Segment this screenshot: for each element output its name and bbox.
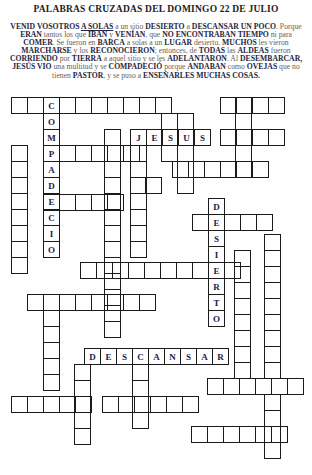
crossword-cell[interactable] (74, 412, 91, 429)
word-strip (220, 97, 284, 114)
crossword-cell[interactable]: A (148, 348, 165, 365)
crossword-cell[interactable] (264, 442, 281, 459)
crossword-cell[interactable] (11, 161, 28, 178)
crossword-cell[interactable]: U (178, 129, 195, 146)
crossword-cell[interactable] (139, 294, 156, 311)
crossword-cell[interactable] (234, 330, 251, 347)
crossword-cell[interactable] (132, 380, 149, 397)
crossword-cell[interactable] (191, 426, 208, 443)
crossword-cell[interactable] (224, 262, 241, 279)
crossword-cell[interactable] (188, 161, 205, 178)
crossword-cell[interactable] (236, 129, 253, 146)
crossword-cell[interactable] (182, 396, 199, 413)
crossword-cell[interactable] (59, 294, 76, 311)
crossword-cell[interactable] (74, 380, 91, 397)
crossword-cell[interactable]: D (43, 177, 60, 194)
crossword-cell[interactable] (107, 145, 124, 162)
crossword-cell[interactable] (234, 282, 251, 299)
crossword-cell[interactable] (91, 145, 108, 162)
crossword-cell[interactable]: S (116, 348, 133, 365)
word-strip (11, 97, 171, 114)
crossword-cell[interactable] (240, 214, 257, 231)
crossword-cell[interactable] (287, 378, 304, 395)
crossword-cell[interactable]: D (84, 348, 101, 365)
crossword-cell[interactable] (91, 194, 108, 211)
crossword-cell[interactable]: A (196, 348, 213, 365)
crossword-cell[interactable]: C (43, 97, 60, 114)
crossword-cell[interactable] (91, 294, 108, 311)
crossword-cell[interactable] (27, 396, 44, 413)
crossword-cell[interactable]: C (43, 209, 60, 226)
crossword-cell[interactable] (177, 177, 194, 194)
crossword-cell[interactable] (11, 225, 28, 242)
crossword-cell[interactable] (130, 193, 147, 210)
crossword-cell[interactable] (43, 374, 60, 391)
crossword-cell[interactable] (234, 314, 251, 331)
crossword-cell[interactable] (264, 282, 281, 299)
crossword-cell[interactable] (223, 378, 240, 395)
word-strip (191, 426, 287, 443)
crossword-cell[interactable] (220, 161, 237, 178)
crossword-cell[interactable] (252, 129, 269, 146)
crossword-cell[interactable]: T (208, 294, 225, 311)
crossword-cell[interactable] (139, 97, 156, 114)
crossword-cell[interactable] (43, 326, 60, 343)
crossword-cell[interactable] (268, 129, 285, 146)
crossword-cell[interactable] (112, 262, 129, 279)
crossword-cell[interactable] (207, 378, 224, 395)
crossword-cell[interactable] (104, 129, 121, 146)
crossword-cell[interactable] (192, 214, 209, 231)
crossword-cell[interactable] (43, 396, 60, 413)
crossword-cell[interactable]: R (208, 278, 225, 295)
crossword-cell[interactable] (107, 294, 124, 311)
word-strip (130, 145, 147, 257)
crossword-cell[interactable] (75, 194, 92, 211)
crossword-cell[interactable] (264, 298, 281, 315)
crossword-cell[interactable] (264, 234, 281, 251)
crossword-cell[interactable] (11, 241, 28, 258)
crossword-cell[interactable] (145, 177, 162, 194)
crossword-cell[interactable]: N (164, 348, 181, 365)
crossword-cell[interactable]: E (146, 129, 163, 146)
crossword-grid: JESUSDESIERTODESCANSARCOMPADECIO (0, 0, 312, 475)
crossword-cell[interactable]: A (43, 161, 60, 178)
crossword-cell[interactable] (104, 321, 121, 338)
crossword-cell[interactable] (11, 257, 28, 274)
crossword-cell[interactable] (177, 113, 194, 130)
word-strip (177, 113, 194, 193)
crossword-cell[interactable]: S (194, 129, 211, 146)
crossword-cell[interactable] (161, 113, 178, 130)
word-strip-compadecio: COMPADECIO (43, 97, 60, 257)
crossword-cell[interactable]: S (208, 230, 225, 247)
word-strip (27, 294, 155, 311)
crossword-cell[interactable] (27, 294, 44, 311)
crossword-cell[interactable] (264, 394, 281, 411)
crossword-cell[interactable] (11, 193, 28, 210)
crossword-cell[interactable] (132, 412, 149, 429)
crossword-cell[interactable] (223, 426, 240, 443)
crossword-cell[interactable] (236, 161, 253, 178)
crossword-cell[interactable] (264, 314, 281, 331)
crossword-cell[interactable]: O (208, 310, 225, 327)
crossword-cell[interactable] (271, 426, 288, 443)
crossword-cell[interactable] (252, 97, 269, 114)
crossword-cell[interactable] (224, 214, 241, 231)
word-strip (172, 161, 268, 178)
crossword-cell[interactable] (264, 250, 281, 267)
crossword-cell[interactable] (43, 310, 60, 327)
word-strip (80, 262, 240, 279)
crossword-cell[interactable]: D (208, 198, 225, 215)
crossword-cell[interactable] (75, 294, 92, 311)
word-strip (43, 310, 60, 390)
crossword-cell[interactable] (252, 161, 269, 178)
word-strip (192, 214, 272, 231)
crossword-cell[interactable] (271, 378, 288, 395)
crossword-cell[interactable] (130, 241, 147, 258)
crossword-cell[interactable] (75, 97, 92, 114)
word-strip (207, 378, 303, 395)
crossword-cell[interactable] (256, 214, 273, 231)
crossword-cell[interactable] (96, 262, 113, 279)
crossword-cell[interactable] (255, 426, 272, 443)
crossword-cell[interactable] (264, 362, 281, 379)
crossword-cell[interactable] (207, 426, 224, 443)
crossword-cell[interactable] (75, 396, 92, 413)
crossword-cell[interactable] (239, 378, 256, 395)
word-strip (11, 396, 91, 413)
crossword-cell[interactable]: O (43, 113, 60, 130)
crossword-cell[interactable] (264, 410, 281, 427)
word-strip (102, 396, 198, 413)
crossword-cell[interactable] (161, 145, 178, 162)
crossword-cell[interactable] (150, 396, 167, 413)
crossword-cell[interactable] (104, 225, 121, 242)
crossword-cell[interactable] (176, 262, 193, 279)
word-strip-jesus: JESUS (130, 129, 210, 146)
crossword-cell[interactable] (27, 97, 44, 114)
crossword-cell[interactable] (11, 145, 28, 162)
crossword-cell[interactable] (130, 145, 147, 162)
crossword-cell[interactable] (130, 161, 147, 178)
crossword-cell[interactable] (128, 262, 145, 279)
crossword-cell[interactable] (59, 97, 76, 114)
crossword-cell[interactable] (11, 97, 28, 114)
crossword-cell[interactable]: R (212, 348, 229, 365)
crossword-cell[interactable] (123, 97, 140, 114)
crossword-cell[interactable] (123, 294, 140, 311)
crossword-cell[interactable] (234, 346, 251, 363)
crossword-cell[interactable]: O (43, 241, 60, 258)
word-strip (220, 129, 284, 146)
crossword-cell[interactable] (264, 330, 281, 347)
crossword-cell[interactable] (132, 364, 149, 381)
word-strip (11, 145, 28, 273)
crossword-cell[interactable] (59, 145, 76, 162)
crossword-cell[interactable]: C (132, 348, 149, 365)
crossword-cell[interactable] (255, 378, 272, 395)
crossword-cell[interactable]: S (162, 129, 179, 146)
crossword-cell[interactable] (102, 396, 119, 413)
crossword-cell[interactable] (204, 161, 221, 178)
crossword-cell[interactable] (134, 396, 151, 413)
crossword-cell[interactable] (166, 396, 183, 413)
crossword-cell[interactable] (75, 145, 92, 162)
crossword-cell[interactable] (107, 194, 124, 211)
crossword-cell[interactable] (177, 145, 194, 162)
crossword-cell[interactable] (11, 177, 28, 194)
crossword-cell[interactable] (208, 214, 225, 231)
crossword-cell[interactable] (234, 362, 251, 379)
crossword-cell[interactable] (43, 358, 60, 375)
crossword-cell[interactable] (235, 97, 252, 114)
crossword-cell[interactable] (192, 262, 209, 279)
crossword-cell[interactable]: P (43, 145, 60, 162)
crossword-cell[interactable] (208, 262, 225, 279)
crossword-cell[interactable] (59, 194, 76, 211)
crossword-cell[interactable] (91, 97, 108, 114)
crossword-cell[interactable] (104, 241, 121, 258)
crossword-cell[interactable] (11, 209, 28, 226)
crossword-cell[interactable] (43, 294, 60, 311)
crossword-cell[interactable] (235, 145, 252, 162)
crossword-cell[interactable]: I (208, 246, 225, 263)
crossword-cell[interactable] (268, 97, 285, 114)
crossword-cell[interactable] (130, 225, 147, 242)
crossword-cell[interactable] (74, 428, 91, 445)
crossword-cell[interactable] (160, 262, 177, 279)
crossword-cell[interactable] (234, 298, 251, 315)
crossword-cell[interactable] (104, 177, 121, 194)
crossword-cell[interactable] (104, 209, 121, 226)
crossword-cell[interactable]: E (100, 348, 117, 365)
crossword-cell[interactable] (107, 97, 124, 114)
crossword-cell[interactable] (11, 396, 28, 413)
crossword-cell[interactable] (104, 161, 121, 178)
crossword-cell[interactable] (239, 426, 256, 443)
crossword-cell[interactable] (172, 161, 189, 178)
crossword-cell[interactable] (43, 342, 60, 359)
crossword-cell[interactable]: M (43, 129, 60, 146)
crossword-cell[interactable] (264, 346, 281, 363)
word-strip-descansar: DESCANSAR (84, 348, 228, 365)
crossword-cell[interactable] (118, 396, 135, 413)
crossword-cell[interactable] (80, 262, 97, 279)
crossword-cell[interactable] (59, 396, 76, 413)
crossword-cell[interactable]: E (43, 193, 60, 210)
word-strip (145, 177, 162, 193)
crossword-cell[interactable] (74, 364, 91, 381)
crossword-cell[interactable] (235, 113, 252, 130)
crossword-cell[interactable] (155, 97, 172, 114)
crossword-cell[interactable]: I (43, 225, 60, 242)
crossword-cell[interactable] (130, 209, 147, 226)
crossword-cell[interactable]: S (180, 348, 197, 365)
crossword-cell[interactable] (144, 262, 161, 279)
crossword-cell[interactable] (220, 129, 237, 146)
crossword-cell[interactable]: J (130, 129, 147, 146)
crossword-cell[interactable] (264, 266, 281, 283)
word-strip (264, 234, 281, 378)
